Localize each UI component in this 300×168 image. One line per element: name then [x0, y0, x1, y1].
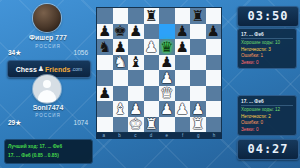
square-e8[interactable] — [159, 8, 175, 24]
square-f5[interactable] — [175, 55, 191, 71]
file-coordinates: abcdefgh — [96, 133, 222, 139]
square-b8[interactable] — [113, 8, 129, 24]
black-pawn-a3[interactable]: ♟ — [97, 85, 113, 101]
black-rook-g8[interactable]: ♜ — [190, 8, 206, 24]
logo-text-chess: Chess — [16, 66, 37, 73]
square-a5[interactable] — [97, 55, 113, 71]
square-a4[interactable] — [97, 70, 113, 86]
square-a2[interactable] — [97, 101, 113, 117]
top-player-avatar[interactable] — [33, 4, 61, 32]
top-move-panel-row-3: Зевки: 0 — [241, 60, 293, 67]
square-h6[interactable] — [206, 39, 222, 55]
white-pawn-c2[interactable]: ♟ — [128, 101, 144, 117]
file-label-g: g — [191, 133, 207, 139]
bottom-move-panel: 17. ... Фе6 Хорошие ходы: 12Неточности: … — [237, 95, 297, 136]
square-c2[interactable]: ♟ — [128, 101, 144, 117]
bottom-player-name: Soni7474 — [0, 104, 96, 111]
square-h4[interactable] — [206, 70, 222, 86]
top-player-stars: 34★ — [8, 49, 21, 57]
bottom-player-avatar[interactable] — [33, 75, 61, 103]
square-b6[interactable]: ♟ — [113, 39, 129, 55]
square-d7[interactable] — [144, 24, 160, 40]
black-pawn-b6[interactable]: ♟ — [113, 39, 129, 55]
square-f3[interactable] — [175, 86, 191, 102]
logo-text-friends: Friends — [45, 66, 70, 73]
square-g5[interactable] — [190, 55, 206, 71]
square-a1[interactable] — [97, 117, 113, 133]
logo-text-com: .com — [71, 66, 82, 72]
square-g4[interactable] — [190, 70, 206, 86]
top-player-stats-row: 34★ 1056 — [8, 49, 88, 57]
square-g3[interactable] — [190, 86, 206, 102]
square-f8[interactable] — [175, 8, 191, 24]
square-h1[interactable] — [206, 117, 222, 133]
file-label-b: b — [112, 133, 128, 139]
square-f6[interactable]: ♟ — [175, 39, 191, 55]
square-f4[interactable] — [175, 70, 191, 86]
square-e5[interactable]: ♟ — [159, 55, 175, 71]
white-knight-b5[interactable]: ♞ — [113, 54, 129, 70]
square-e2[interactable]: ♟ — [159, 101, 175, 117]
file-label-h: h — [206, 133, 222, 139]
black-knight-a6[interactable]: ♞ — [97, 39, 113, 55]
pawn-icon: ♟ — [38, 65, 44, 73]
white-bishop-b2[interactable]: ♝ — [113, 101, 129, 117]
square-a7[interactable]: ♟ — [97, 24, 113, 40]
black-pawn-h7[interactable]: ♟ — [206, 23, 222, 39]
square-a3[interactable]: ♟ — [97, 86, 113, 102]
top-player-clock: 03:50 — [237, 6, 299, 27]
square-e7[interactable] — [159, 24, 175, 40]
square-g8[interactable]: ♜ — [190, 8, 206, 24]
square-d3[interactable] — [144, 86, 160, 102]
white-king-c1[interactable]: ♚ — [128, 116, 144, 132]
file-label-a: a — [96, 133, 112, 139]
square-h7[interactable]: ♟ — [206, 24, 222, 40]
white-pawn-e4[interactable]: ♟ — [159, 70, 175, 86]
square-c5[interactable]: ♝ — [128, 55, 144, 71]
square-e1[interactable] — [159, 117, 175, 133]
black-pawn-c7[interactable]: ♟ — [128, 23, 144, 39]
top-move-panel-header: 17. ... Фе6 — [241, 31, 293, 39]
square-f1[interactable] — [175, 117, 191, 133]
square-b2[interactable]: ♝ — [113, 101, 129, 117]
square-e3[interactable]: ♛ — [159, 86, 175, 102]
game-screen: Фишер 777 РОССИЯ 34★ 1056 Chess ♟ Friend… — [0, 0, 300, 168]
top-move-panel: 17. ... Фе6 Хорошие ходы: 10Неточности: … — [237, 28, 297, 69]
white-pawn-g2[interactable]: ♟ — [190, 101, 206, 117]
white-queen-e3[interactable]: ♛ — [159, 85, 175, 101]
top-player-name: Фишер 777 — [0, 34, 96, 41]
square-c3[interactable] — [128, 86, 144, 102]
top-player-country: РОССИЯ — [0, 44, 96, 49]
white-pawn-e2[interactable]: ♟ — [159, 101, 175, 117]
person-icon-shoulders — [38, 90, 56, 102]
square-d6[interactable]: ♟ — [144, 39, 160, 55]
square-d8[interactable]: ♜ — [144, 8, 160, 24]
square-b4[interactable] — [113, 70, 129, 86]
square-d2[interactable] — [144, 101, 160, 117]
white-pawn-d6[interactable]: ♟ — [144, 39, 160, 55]
file-label-c: c — [128, 133, 144, 139]
best-move-line: Лучший ход: 17. ... Фе6 — [8, 142, 89, 151]
file-label-d: d — [143, 133, 159, 139]
square-f7[interactable]: ♟ — [175, 24, 191, 40]
square-h5[interactable] — [206, 55, 222, 71]
square-b5[interactable]: ♞ — [113, 55, 129, 71]
square-b3[interactable] — [113, 86, 129, 102]
bottom-player-rating: 1074 — [74, 119, 88, 126]
bottom-move-panel-header: 17. ... Фе6 — [241, 98, 293, 106]
bottom-player-clock: 04:27 — [237, 139, 299, 160]
analysis-box: Лучший ход: 17. ... Фе6 17. ... Фе6 (0.8… — [4, 139, 93, 164]
square-a8[interactable] — [97, 8, 113, 24]
square-e6[interactable]: ♛ — [159, 39, 175, 55]
black-pawn-f7[interactable]: ♟ — [175, 23, 191, 39]
square-g1[interactable]: ♜ — [190, 117, 206, 133]
file-label-f: f — [175, 133, 191, 139]
square-c6[interactable] — [128, 39, 144, 55]
bottom-player-country: РОССИЯ — [0, 113, 96, 118]
black-bishop-c5[interactable]: ♝ — [128, 54, 144, 70]
square-d4[interactable] — [144, 70, 160, 86]
black-king-b7[interactable]: ♚ — [113, 23, 129, 39]
square-d1[interactable]: ♜ — [144, 117, 160, 133]
top-player-rating: 1056 — [74, 49, 88, 56]
black-pawn-a7[interactable]: ♟ — [97, 23, 113, 39]
square-g7[interactable] — [190, 24, 206, 40]
square-b7[interactable]: ♚ — [113, 24, 129, 40]
square-h2[interactable] — [206, 101, 222, 117]
black-pawn-f6[interactable]: ♟ — [175, 39, 191, 55]
square-b1[interactable] — [113, 117, 129, 133]
black-pawn-e5[interactable]: ♟ — [159, 54, 175, 70]
bottom-move-panel-row-3: Зевки: 0 — [241, 127, 293, 134]
chess-board[interactable]: ♜♜♟♚♟♟♟♞♟♟♛♟♞♝♟♟♟♛♝♟♟♟♟♚♜♜ — [96, 7, 222, 133]
white-rook-d1[interactable]: ♜ — [144, 116, 160, 132]
white-pawn-f2[interactable]: ♟ — [175, 101, 191, 117]
bottom-player-stats-row: 29★ 1074 — [8, 119, 88, 127]
square-c7[interactable]: ♟ — [128, 24, 144, 40]
square-a6[interactable]: ♞ — [97, 39, 113, 55]
square-f2[interactable]: ♟ — [175, 101, 191, 117]
person-icon — [43, 80, 51, 88]
white-rook-g1[interactable]: ♜ — [190, 116, 206, 132]
square-h8[interactable] — [206, 8, 222, 24]
file-label-e: e — [159, 133, 175, 139]
square-d5[interactable] — [144, 55, 160, 71]
square-c1[interactable]: ♚ — [128, 117, 144, 133]
square-g2[interactable]: ♟ — [190, 101, 206, 117]
black-queen-e6[interactable]: ♛ — [159, 39, 175, 55]
square-h3[interactable] — [206, 86, 222, 102]
bottom-player-stars: 29★ — [8, 119, 21, 127]
played-move-line: 17. ... Фе6 (0.85→0.85) — [8, 151, 89, 160]
square-g6[interactable] — [190, 39, 206, 55]
square-c8[interactable] — [128, 8, 144, 24]
square-c4[interactable] — [128, 70, 144, 86]
square-e4[interactable]: ♟ — [159, 70, 175, 86]
black-rook-d8[interactable]: ♜ — [144, 8, 160, 24]
